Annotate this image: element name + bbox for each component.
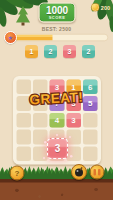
question-icon: ? — [15, 169, 20, 178]
board-cell[interactable] — [17, 130, 32, 145]
queue-tile-2: 2 — [44, 45, 57, 58]
pause-button[interactable] — [90, 165, 105, 180]
queue-tile-1: 1 — [25, 45, 38, 58]
board-cell[interactable] — [83, 146, 98, 161]
board-cell[interactable]: 3 — [66, 113, 81, 128]
game-screen: 1000 SCORE 200 BEST: 2500 ★ 1232 3167354… — [0, 0, 113, 200]
board-cell[interactable] — [33, 146, 48, 161]
level-badge: ★ — [4, 31, 17, 44]
best-score: BEST: 2500 — [0, 27, 113, 33]
board-cell[interactable] — [17, 113, 32, 128]
board-cell[interactable] — [33, 113, 48, 128]
board-tile-3: 3 — [66, 113, 81, 128]
board-cell[interactable] — [83, 113, 98, 128]
combo-banner: GREAT! — [0, 88, 113, 110]
board-cell[interactable] — [83, 130, 98, 145]
dragging-tile[interactable]: 3 — [47, 138, 68, 159]
board-cell[interactable] — [17, 146, 32, 161]
board-cell[interactable]: 4 — [50, 113, 65, 128]
sparkle-dot — [43, 157, 45, 159]
pause-icon — [94, 169, 97, 176]
dirt-ground — [0, 179, 113, 200]
coin-icon — [91, 3, 100, 12]
combo-banner-text: GREAT! — [29, 90, 83, 108]
board-cell[interactable] — [66, 146, 81, 161]
bomb-button[interactable] — [71, 164, 87, 180]
sparkle-dot — [44, 141, 47, 144]
pause-icon — [98, 169, 101, 176]
level-progress-bar — [9, 34, 108, 41]
coin-counter[interactable]: 200 — [91, 3, 110, 12]
score-label: SCORE — [49, 15, 66, 20]
sparkle-dot — [56, 134, 58, 136]
sparkle-dot — [70, 155, 73, 158]
next-tiles: 1232 — [25, 45, 95, 58]
queue-tile-2: 2 — [82, 45, 95, 58]
board-tile-4: 4 — [50, 113, 65, 128]
app-window: 1000 SCORE 200 BEST: 2500 ★ 1232 3167354… — [0, 0, 113, 200]
help-button[interactable]: ? — [10, 166, 25, 181]
coin-count: 200 — [101, 4, 110, 10]
queue-tile-3: 3 — [63, 45, 76, 58]
score-panel: 1000 SCORE — [39, 3, 76, 23]
score-value: 1000 — [46, 5, 68, 15]
level-star-icon: ★ — [8, 34, 13, 41]
sparkle-dot — [69, 136, 71, 138]
